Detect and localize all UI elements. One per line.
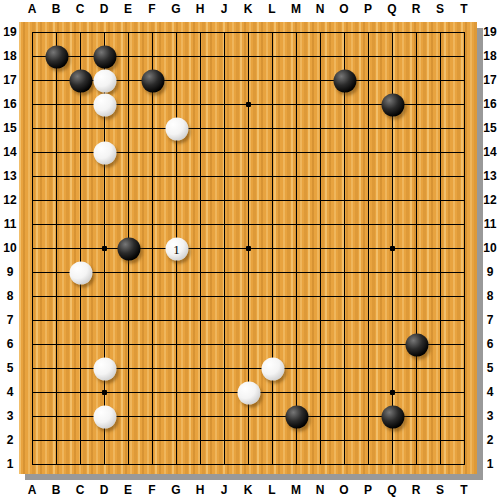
row-label-left-1: 1 (7, 458, 14, 470)
row-label-right-4: 4 (487, 386, 494, 398)
col-label-bottom-N: N (316, 484, 325, 496)
row-label-left-15: 15 (3, 122, 16, 134)
col-label-bottom-J: J (221, 484, 228, 496)
col-label-top-D: D (100, 3, 109, 15)
col-label-top-Q: Q (387, 3, 396, 15)
row-label-left-7: 7 (7, 314, 14, 326)
white-stone-D5[interactable] (93, 357, 116, 380)
grid-line-horizontal (32, 320, 465, 321)
row-label-left-18: 18 (3, 50, 16, 62)
row-label-right-6: 6 (487, 338, 494, 350)
row-label-right-10: 10 (483, 242, 496, 254)
col-label-top-L: L (268, 3, 275, 15)
star-point-D4 (102, 390, 107, 395)
row-label-left-8: 8 (7, 290, 14, 302)
row-label-left-9: 9 (7, 266, 14, 278)
grid-line-vertical (416, 32, 417, 465)
grid-line-vertical (272, 32, 273, 465)
col-label-bottom-E: E (124, 484, 132, 496)
row-label-left-6: 6 (7, 338, 14, 350)
grid-line-horizontal (32, 464, 465, 465)
col-label-bottom-M: M (291, 484, 301, 496)
black-stone-B18[interactable] (45, 45, 68, 68)
row-label-left-3: 3 (7, 410, 14, 422)
col-label-top-T: T (460, 3, 467, 15)
black-stone-D18[interactable] (93, 45, 116, 68)
row-label-left-11: 11 (4, 218, 17, 230)
row-label-right-8: 8 (487, 290, 494, 302)
row-label-left-2: 2 (7, 434, 14, 446)
col-label-bottom-O: O (339, 484, 348, 496)
col-label-bottom-R: R (412, 484, 421, 496)
col-label-bottom-C: C (76, 484, 85, 496)
col-label-top-K: K (244, 3, 253, 15)
col-label-top-C: C (76, 3, 85, 15)
grid-line-vertical (344, 32, 345, 465)
white-stone-G10[interactable]: 1 (165, 237, 188, 260)
black-stone-F17[interactable] (141, 69, 164, 92)
row-label-left-14: 14 (3, 146, 16, 158)
row-label-right-5: 5 (487, 362, 494, 374)
white-stone-D16[interactable] (93, 93, 116, 116)
row-label-left-5: 5 (7, 362, 14, 374)
col-label-top-J: J (221, 3, 228, 15)
white-stone-D17[interactable] (93, 69, 116, 92)
row-label-right-19: 19 (483, 26, 496, 38)
col-label-bottom-D: D (100, 484, 109, 496)
col-label-top-O: O (339, 3, 348, 15)
move-number-label: 1 (173, 242, 180, 255)
go-board[interactable]: 1 (19, 22, 477, 474)
row-label-right-15: 15 (483, 122, 496, 134)
row-label-right-7: 7 (487, 314, 494, 326)
black-stone-M3[interactable] (285, 405, 308, 428)
row-label-right-16: 16 (483, 98, 496, 110)
white-stone-G15[interactable] (165, 117, 188, 140)
grid-line-vertical (320, 32, 321, 465)
star-point-Q10 (390, 246, 395, 251)
star-point-K16 (246, 102, 251, 107)
row-label-right-11: 11 (484, 218, 497, 230)
grid-line-vertical (368, 32, 369, 465)
star-point-D10 (102, 246, 107, 251)
col-label-top-S: S (436, 3, 444, 15)
white-stone-C9[interactable] (69, 261, 92, 284)
row-label-left-10: 10 (3, 242, 16, 254)
star-point-K10 (246, 246, 251, 251)
col-label-bottom-B: B (52, 484, 61, 496)
col-label-bottom-F: F (148, 484, 155, 496)
row-label-left-12: 12 (3, 194, 16, 206)
row-label-left-17: 17 (3, 74, 16, 86)
white-stone-D3[interactable] (93, 405, 116, 428)
star-point-Q4 (390, 390, 395, 395)
grid-line-vertical (464, 32, 465, 465)
row-label-left-19: 19 (3, 26, 16, 38)
row-label-right-14: 14 (483, 146, 496, 158)
col-label-bottom-L: L (268, 484, 275, 496)
col-label-bottom-G: G (171, 484, 180, 496)
white-stone-L5[interactable] (261, 357, 284, 380)
grid-line-horizontal (32, 296, 465, 297)
go-diagram: 1 AABBCCDDEEFFGGHHJJKKLLMMNNOOPPQQRRSSTT… (0, 0, 500, 500)
grid-line-horizontal (32, 272, 465, 273)
row-label-right-1: 1 (487, 458, 494, 470)
grid-line-horizontal (32, 440, 465, 441)
row-label-right-17: 17 (483, 74, 496, 86)
white-stone-K4[interactable] (237, 381, 260, 404)
row-label-right-18: 18 (483, 50, 496, 62)
row-label-right-2: 2 (487, 434, 494, 446)
row-label-right-13: 13 (483, 170, 496, 182)
col-label-bottom-P: P (364, 484, 372, 496)
black-stone-O17[interactable] (333, 69, 356, 92)
black-stone-R6[interactable] (405, 333, 428, 356)
black-stone-Q3[interactable] (381, 405, 404, 428)
black-stone-Q16[interactable] (381, 93, 404, 116)
col-label-top-B: B (52, 3, 61, 15)
col-label-top-A: A (28, 3, 37, 15)
col-label-top-R: R (412, 3, 421, 15)
col-label-bottom-K: K (244, 484, 253, 496)
grid-line-vertical (296, 32, 297, 465)
black-stone-C17[interactable] (69, 69, 92, 92)
col-label-top-M: M (291, 3, 301, 15)
row-label-left-16: 16 (3, 98, 16, 110)
col-label-bottom-Q: Q (387, 484, 396, 496)
col-label-top-F: F (148, 3, 155, 15)
row-label-left-4: 4 (7, 386, 14, 398)
col-label-bottom-S: S (436, 484, 444, 496)
col-label-top-P: P (364, 3, 372, 15)
black-stone-E10[interactable] (117, 237, 140, 260)
col-label-bottom-A: A (28, 484, 37, 496)
white-stone-D14[interactable] (93, 141, 116, 164)
col-label-bottom-H: H (196, 484, 205, 496)
row-label-right-9: 9 (487, 266, 494, 278)
col-label-top-G: G (171, 3, 180, 15)
row-label-right-12: 12 (483, 194, 496, 206)
row-label-right-3: 3 (487, 410, 494, 422)
row-label-left-13: 13 (3, 170, 16, 182)
col-label-top-E: E (124, 3, 132, 15)
grid-line-horizontal (32, 344, 465, 345)
col-label-top-N: N (316, 3, 325, 15)
col-label-bottom-T: T (460, 484, 467, 496)
col-label-top-H: H (196, 3, 205, 15)
grid-line-vertical (440, 32, 441, 465)
